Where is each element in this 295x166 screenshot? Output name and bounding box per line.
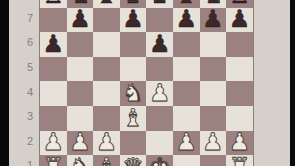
- square-a7: [40, 8, 67, 33]
- square-a1: ♜: [40, 155, 67, 166]
- square-d6: [120, 32, 147, 57]
- square-b1: ♞: [67, 155, 94, 166]
- square-g6: [200, 32, 227, 57]
- square-a8: ♜: [40, 0, 67, 8]
- square-c1: ♝: [93, 155, 120, 166]
- square-b5: [67, 57, 94, 82]
- square-e4: ♟: [146, 81, 173, 106]
- square-g4: [200, 81, 227, 106]
- square-e3: [146, 106, 173, 131]
- square-d4: ♞: [120, 81, 147, 106]
- square-h1: ♜: [226, 155, 253, 166]
- rank-labels: 87654321: [9, 0, 40, 166]
- square-f7: ♟: [173, 8, 200, 33]
- white-queen-d1: ♛: [122, 155, 144, 166]
- square-g5: [200, 57, 227, 82]
- white-knight-b1: ♞: [69, 155, 91, 166]
- square-g7: ♟: [200, 8, 227, 33]
- square-h4: [226, 81, 253, 106]
- square-h7: ♟: [226, 8, 253, 33]
- rank-label-3: 3: [9, 106, 40, 131]
- white-bishop-d3: ♝: [122, 106, 144, 130]
- square-e1: ♚: [146, 155, 173, 166]
- white-pawn-e4: ♟: [149, 81, 171, 105]
- white-pawn-g2: ♟: [202, 130, 224, 154]
- square-c6: [93, 32, 120, 57]
- square-e8: ♚: [146, 0, 173, 8]
- rank-label-4: 4: [9, 81, 40, 106]
- rank-label-1: 1: [9, 155, 40, 166]
- square-b6: [67, 32, 94, 57]
- square-e5: [146, 57, 173, 82]
- square-f6: [173, 32, 200, 57]
- square-c7: [93, 8, 120, 33]
- square-f2: ♟: [173, 131, 200, 156]
- white-rook-h1: ♜: [229, 155, 251, 166]
- square-c3: [93, 106, 120, 131]
- square-b7: ♟: [67, 8, 94, 33]
- square-h2: ♟: [226, 131, 253, 156]
- rank-label-8: 8: [9, 0, 40, 8]
- white-king-e1: ♚: [149, 155, 171, 166]
- square-e7: [146, 8, 173, 33]
- square-g2: ♟: [200, 131, 227, 156]
- square-c5: [93, 57, 120, 82]
- square-b4: [67, 81, 94, 106]
- square-a6: ♟: [40, 32, 67, 57]
- square-e6: ♟: [146, 32, 173, 57]
- black-pawn-h7: ♟: [229, 7, 251, 31]
- square-b2: ♟: [67, 131, 94, 156]
- black-pawn-g7: ♟: [202, 7, 224, 31]
- square-c4: [93, 81, 120, 106]
- white-knight-d4: ♞: [122, 81, 144, 105]
- square-f4: [173, 81, 200, 106]
- square-b3: [67, 106, 94, 131]
- square-h5: [226, 57, 253, 82]
- rank-label-5: 5: [9, 57, 40, 82]
- chess-board: ♜♞♝♛♚♝♞♜♟♟♟♟♟♟♟♞♟♝♟♟♟♟♟♟♜♞♝♛♚♜: [40, 0, 253, 166]
- rank-label-7: 7: [9, 8, 40, 33]
- square-a2: ♟: [40, 131, 67, 156]
- square-d5: [120, 57, 147, 82]
- black-pawn-e6: ♟: [149, 32, 171, 56]
- rank-label-2: 2: [9, 131, 40, 156]
- square-d3: ♝: [120, 106, 147, 131]
- square-g1: [200, 155, 227, 166]
- square-d2: [120, 131, 147, 156]
- square-g3: [200, 106, 227, 131]
- square-c8: ♝: [93, 0, 120, 8]
- white-pawn-c2: ♟: [96, 130, 118, 154]
- square-a3: [40, 106, 67, 131]
- black-bishop-c8: ♝: [96, 0, 118, 7]
- square-f1: [173, 155, 200, 166]
- black-rook-a8: ♜: [43, 0, 65, 7]
- letterbox-bar-right: [290, 0, 295, 166]
- square-d1: ♛: [120, 155, 147, 166]
- letterbox-bar-left: [0, 0, 9, 166]
- white-pawn-a2: ♟: [43, 130, 65, 154]
- black-pawn-d7: ♟: [122, 7, 144, 31]
- black-king-e8: ♚: [149, 0, 171, 7]
- square-a4: [40, 81, 67, 106]
- square-a5: [40, 57, 67, 82]
- white-bishop-c1: ♝: [96, 155, 118, 166]
- square-d7: ♟: [120, 8, 147, 33]
- white-pawn-b2: ♟: [69, 130, 91, 154]
- square-c2: ♟: [93, 131, 120, 156]
- black-pawn-f7: ♟: [176, 7, 198, 31]
- square-f3: [173, 106, 200, 131]
- black-pawn-b7: ♟: [69, 7, 91, 31]
- square-h3: [226, 106, 253, 131]
- square-f5: [173, 57, 200, 82]
- video-frame: 87654321 ♜♞♝♛♚♝♞♜♟♟♟♟♟♟♟♞♟♝♟♟♟♟♟♟♜♞♝♛♚♜: [0, 0, 295, 166]
- white-rook-a1: ♜: [43, 155, 65, 166]
- white-pawn-h2: ♟: [229, 130, 251, 154]
- square-e2: [146, 131, 173, 156]
- black-pawn-a6: ♟: [43, 32, 65, 56]
- rank-label-6: 6: [9, 32, 40, 57]
- white-pawn-f2: ♟: [176, 130, 198, 154]
- square-h6: [226, 32, 253, 57]
